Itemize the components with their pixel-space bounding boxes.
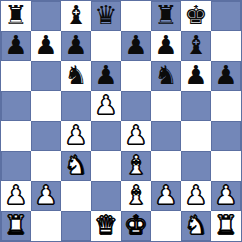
square-b3[interactable]: [31, 151, 61, 181]
square-h6[interactable]: ♟: [211, 61, 241, 91]
chess-board: ♜♝♛♜♚♟♟♟♟♟♝♞♟♞♟♟♟♟♟♞♝♟♟♝♟♟♟♜♛♚♞♜: [0, 0, 242, 242]
piece-black-rook[interactable]: ♜: [4, 2, 27, 28]
piece-white-knight[interactable]: ♞: [184, 212, 207, 238]
piece-white-pawn[interactable]: ♟: [4, 182, 27, 208]
square-h7[interactable]: [211, 31, 241, 61]
piece-black-pawn[interactable]: ♟: [4, 32, 27, 58]
square-e3[interactable]: ♝: [121, 151, 151, 181]
square-c6[interactable]: ♞: [61, 61, 91, 91]
square-f3[interactable]: [151, 151, 181, 181]
square-f1[interactable]: [151, 211, 181, 241]
square-f7[interactable]: ♟: [151, 31, 181, 61]
square-d2[interactable]: [91, 181, 121, 211]
square-a8[interactable]: ♜: [1, 1, 31, 31]
square-f5[interactable]: [151, 91, 181, 121]
piece-black-rook[interactable]: ♜: [154, 2, 177, 28]
square-d6[interactable]: ♟: [91, 61, 121, 91]
square-e1[interactable]: ♚: [121, 211, 151, 241]
square-g5[interactable]: [181, 91, 211, 121]
square-f4[interactable]: [151, 121, 181, 151]
square-f2[interactable]: ♟: [151, 181, 181, 211]
square-b7[interactable]: ♟: [31, 31, 61, 61]
piece-white-bishop[interactable]: ♝: [124, 182, 147, 208]
square-b6[interactable]: [31, 61, 61, 91]
square-h5[interactable]: [211, 91, 241, 121]
square-b4[interactable]: [31, 121, 61, 151]
square-a5[interactable]: [1, 91, 31, 121]
square-d7[interactable]: [91, 31, 121, 61]
square-g3[interactable]: [181, 151, 211, 181]
square-h4[interactable]: [211, 121, 241, 151]
square-h2[interactable]: ♟: [211, 181, 241, 211]
square-g6[interactable]: ♟: [181, 61, 211, 91]
piece-white-rook[interactable]: ♜: [4, 212, 27, 238]
piece-black-knight[interactable]: ♞: [154, 62, 177, 88]
piece-black-knight[interactable]: ♞: [64, 62, 87, 88]
square-b8[interactable]: [31, 1, 61, 31]
piece-white-pawn[interactable]: ♟: [94, 92, 117, 118]
piece-white-pawn[interactable]: ♟: [214, 182, 237, 208]
square-e6[interactable]: [121, 61, 151, 91]
square-g4[interactable]: [181, 121, 211, 151]
piece-black-pawn[interactable]: ♟: [214, 62, 237, 88]
piece-white-bishop[interactable]: ♝: [124, 152, 147, 178]
square-c3[interactable]: ♞: [61, 151, 91, 181]
piece-black-pawn[interactable]: ♟: [124, 32, 147, 58]
square-e7[interactable]: ♟: [121, 31, 151, 61]
square-a2[interactable]: ♟: [1, 181, 31, 211]
piece-black-pawn[interactable]: ♟: [184, 62, 207, 88]
square-e5[interactable]: [121, 91, 151, 121]
piece-black-pawn[interactable]: ♟: [154, 32, 177, 58]
square-b5[interactable]: [31, 91, 61, 121]
square-c1[interactable]: [61, 211, 91, 241]
square-g7[interactable]: ♝: [181, 31, 211, 61]
piece-white-pawn[interactable]: ♟: [34, 182, 57, 208]
square-c8[interactable]: ♝: [61, 1, 91, 31]
piece-black-pawn[interactable]: ♟: [94, 62, 117, 88]
square-e2[interactable]: ♝: [121, 181, 151, 211]
square-d3[interactable]: [91, 151, 121, 181]
square-d1[interactable]: ♛: [91, 211, 121, 241]
square-e4[interactable]: ♟: [121, 121, 151, 151]
piece-black-bishop[interactable]: ♝: [184, 32, 207, 58]
square-g8[interactable]: ♚: [181, 1, 211, 31]
piece-white-queen[interactable]: ♛: [94, 212, 117, 238]
square-b2[interactable]: ♟: [31, 181, 61, 211]
square-c2[interactable]: [61, 181, 91, 211]
square-g1[interactable]: ♞: [181, 211, 211, 241]
square-b1[interactable]: [31, 211, 61, 241]
square-c7[interactable]: ♟: [61, 31, 91, 61]
square-h3[interactable]: [211, 151, 241, 181]
square-a7[interactable]: ♟: [1, 31, 31, 61]
square-f8[interactable]: ♜: [151, 1, 181, 31]
square-h1[interactable]: ♜: [211, 211, 241, 241]
piece-white-king[interactable]: ♚: [124, 212, 147, 238]
square-a6[interactable]: [1, 61, 31, 91]
piece-black-bishop[interactable]: ♝: [64, 2, 87, 28]
piece-white-pawn[interactable]: ♟: [184, 182, 207, 208]
piece-white-knight[interactable]: ♞: [64, 152, 87, 178]
piece-white-pawn[interactable]: ♟: [124, 122, 147, 148]
square-f6[interactable]: ♞: [151, 61, 181, 91]
square-a1[interactable]: ♜: [1, 211, 31, 241]
piece-black-pawn[interactable]: ♟: [34, 32, 57, 58]
square-c4[interactable]: ♟: [61, 121, 91, 151]
piece-black-queen[interactable]: ♛: [94, 2, 117, 28]
piece-white-pawn[interactable]: ♟: [64, 122, 87, 148]
piece-black-pawn[interactable]: ♟: [64, 32, 87, 58]
square-d8[interactable]: ♛: [91, 1, 121, 31]
square-a3[interactable]: [1, 151, 31, 181]
piece-black-king[interactable]: ♚: [184, 2, 207, 28]
piece-white-rook[interactable]: ♜: [214, 212, 237, 238]
square-a4[interactable]: [1, 121, 31, 151]
piece-white-pawn[interactable]: ♟: [154, 182, 177, 208]
square-c5[interactable]: [61, 91, 91, 121]
square-d4[interactable]: [91, 121, 121, 151]
square-g2[interactable]: ♟: [181, 181, 211, 211]
square-h8[interactable]: [211, 1, 241, 31]
square-d5[interactable]: ♟: [91, 91, 121, 121]
square-e8[interactable]: [121, 1, 151, 31]
